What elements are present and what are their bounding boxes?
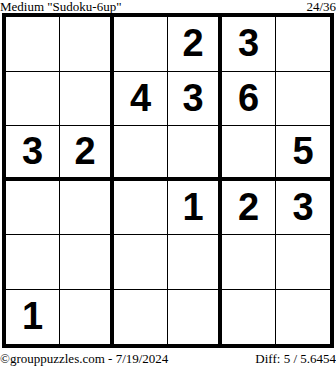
cell-r6c1[interactable]: 1 (6, 290, 60, 345)
cell-r4c3[interactable] (114, 181, 168, 236)
cell-r1c2[interactable] (60, 17, 114, 72)
cell-r2c2[interactable] (60, 72, 114, 127)
cell-r5c2[interactable] (60, 235, 114, 290)
cell-r1c3[interactable] (114, 17, 168, 72)
cell-r2c1[interactable] (6, 72, 60, 127)
cell-r3c6[interactable]: 5 (276, 126, 330, 181)
cell-r1c6[interactable] (276, 17, 330, 72)
cell-r2c3[interactable]: 4 (114, 72, 168, 127)
cell-r4c2[interactable] (60, 181, 114, 236)
puzzle-title: Medium "Sudoku-6up" (0, 0, 121, 13)
cell-r5c5[interactable] (222, 235, 276, 290)
cell-r1c4[interactable]: 2 (168, 17, 222, 72)
cell-r5c6[interactable] (276, 235, 330, 290)
progress-counter: 24/36 (306, 0, 336, 13)
cell-r6c6[interactable] (276, 290, 330, 345)
cell-r1c5[interactable]: 3 (222, 17, 276, 72)
cell-r2c5[interactable]: 6 (222, 72, 276, 127)
puzzle-page: Medium "Sudoku-6up" 24/36 234363251231 ©… (0, 0, 336, 370)
cell-r2c4[interactable]: 3 (168, 72, 222, 127)
cell-r5c4[interactable] (168, 235, 222, 290)
cell-r6c5[interactable] (222, 290, 276, 345)
cell-r6c4[interactable] (168, 290, 222, 345)
cell-r3c5[interactable] (222, 126, 276, 181)
header: Medium "Sudoku-6up" 24/36 (0, 0, 336, 13)
cell-r6c3[interactable] (114, 290, 168, 345)
cell-r3c3[interactable] (114, 126, 168, 181)
cell-r4c5[interactable]: 2 (222, 181, 276, 236)
cell-r4c1[interactable] (6, 181, 60, 236)
copyright-credit: ©grouppuzzles.com - 7/19/2024 (0, 352, 168, 366)
cell-r3c1[interactable]: 3 (6, 126, 60, 181)
footer: ©grouppuzzles.com - 7/19/2024 Diff: 5 / … (0, 352, 336, 368)
sudoku-board: 234363251231 (2, 13, 334, 348)
cell-r4c4[interactable]: 1 (168, 181, 222, 236)
cell-r4c6[interactable]: 3 (276, 181, 330, 236)
difficulty-label: Diff: 5 / 5.6454 (255, 352, 336, 366)
cell-r5c1[interactable] (6, 235, 60, 290)
cell-r1c1[interactable] (6, 17, 60, 72)
cell-r3c2[interactable]: 2 (60, 126, 114, 181)
cell-r3c4[interactable] (168, 126, 222, 181)
cell-r6c2[interactable] (60, 290, 114, 345)
cell-r2c6[interactable] (276, 72, 330, 127)
cell-r5c3[interactable] (114, 235, 168, 290)
